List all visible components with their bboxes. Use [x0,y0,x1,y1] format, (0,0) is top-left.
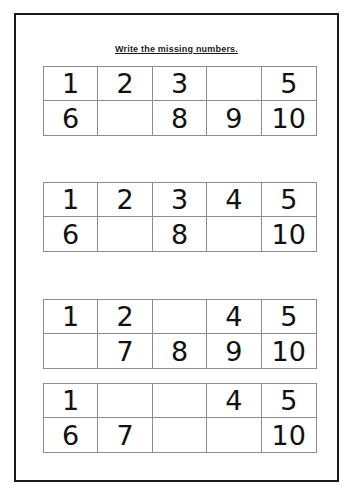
blank-cell[interactable] [44,334,98,368]
number-cell: 1 [44,384,98,418]
number-cell: 3 [153,183,207,217]
number-cell: 1 [44,67,98,101]
number-cell: 1 [44,300,98,334]
number-cell: 4 [207,384,261,418]
number-cell: 6 [44,101,98,135]
number-cell: 10 [262,334,316,368]
blank-cell[interactable] [153,418,207,452]
number-cell: 10 [262,418,316,452]
number-cell: 1 [44,183,98,217]
blank-cell[interactable] [207,67,261,101]
number-cell: 8 [153,217,207,251]
number-cell: 6 [44,217,98,251]
worksheet-page: Write the missing numbers. 1 2 3 5 6 8 9… [0,0,353,500]
number-grid-2: 1 2 3 4 5 6 8 10 [43,182,317,252]
number-grid-1: 1 2 3 5 6 8 9 10 [43,66,317,136]
number-cell: 2 [98,300,152,334]
number-cell: 5 [262,300,316,334]
blank-cell[interactable] [98,101,152,135]
number-cell: 7 [98,418,152,452]
worksheet-title: Write the missing numbers. [0,44,353,54]
number-cell: 4 [207,300,261,334]
number-cell: 2 [98,67,152,101]
number-cell: 4 [207,183,261,217]
number-cell: 5 [262,183,316,217]
number-cell: 9 [207,101,261,135]
number-cell: 5 [262,67,316,101]
number-cell: 8 [153,101,207,135]
number-grid-3: 1 2 4 5 7 8 9 10 [43,299,317,369]
number-cell: 6 [44,418,98,452]
blank-cell[interactable] [153,300,207,334]
blank-cell[interactable] [207,418,261,452]
blank-cell[interactable] [153,384,207,418]
number-cell: 7 [98,334,152,368]
number-grid-4: 1 4 5 6 7 10 [43,383,317,453]
blank-cell[interactable] [98,217,152,251]
number-cell: 2 [98,183,152,217]
number-cell: 10 [262,217,316,251]
number-cell: 10 [262,101,316,135]
number-cell: 5 [262,384,316,418]
number-cell: 9 [207,334,261,368]
number-cell: 3 [153,67,207,101]
blank-cell[interactable] [98,384,152,418]
blank-cell[interactable] [207,217,261,251]
number-cell: 8 [153,334,207,368]
